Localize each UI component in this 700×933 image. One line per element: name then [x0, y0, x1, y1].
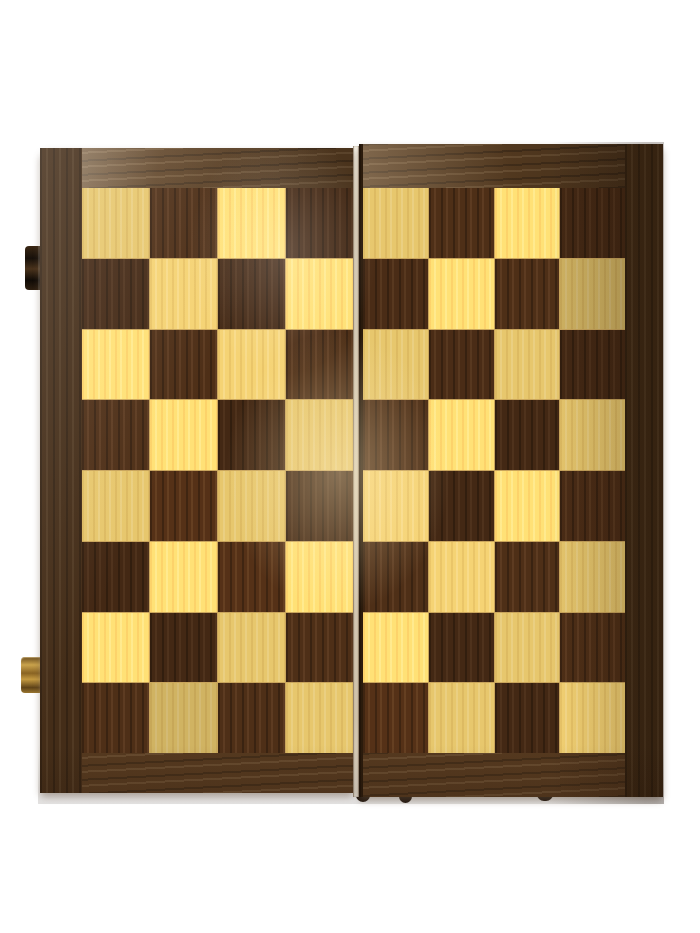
square-a1[interactable]	[82, 683, 149, 753]
square-g8[interactable]	[495, 188, 560, 258]
square-f5[interactable]	[429, 400, 494, 470]
square-e2[interactable]	[363, 613, 428, 683]
square-b4[interactable]	[150, 471, 217, 541]
square-e5[interactable]	[363, 400, 428, 470]
square-e7[interactable]	[363, 259, 428, 329]
square-h6[interactable]	[560, 330, 625, 400]
square-a3[interactable]	[82, 542, 149, 612]
square-a4[interactable]	[82, 471, 149, 541]
square-f3[interactable]	[429, 542, 494, 612]
square-b2[interactable]	[150, 613, 217, 683]
square-d7[interactable]	[286, 259, 353, 329]
square-c2[interactable]	[218, 613, 285, 683]
square-g2[interactable]	[495, 613, 560, 683]
square-f2[interactable]	[429, 613, 494, 683]
square-d6[interactable]	[286, 330, 353, 400]
squares-grid-right	[363, 188, 625, 753]
frame-bottom	[40, 753, 353, 793]
square-c3[interactable]	[218, 542, 285, 612]
square-a8[interactable]	[82, 188, 149, 258]
square-a7[interactable]	[82, 259, 149, 329]
board-right-half	[359, 144, 663, 797]
square-a2[interactable]	[82, 613, 149, 683]
square-f4[interactable]	[429, 471, 494, 541]
square-f7[interactable]	[429, 259, 494, 329]
square-f1[interactable]	[429, 683, 494, 753]
square-h1[interactable]	[560, 683, 625, 753]
square-d4[interactable]	[286, 471, 353, 541]
square-b5[interactable]	[150, 400, 217, 470]
square-g5[interactable]	[495, 400, 560, 470]
folding-chessboard	[38, 142, 664, 804]
square-g4[interactable]	[495, 471, 560, 541]
squares-grid-left	[82, 188, 353, 753]
square-d5[interactable]	[286, 400, 353, 470]
square-e3[interactable]	[363, 542, 428, 612]
square-d3[interactable]	[286, 542, 353, 612]
square-d8[interactable]	[286, 188, 353, 258]
square-c4[interactable]	[218, 471, 285, 541]
frame-right	[625, 144, 663, 797]
square-h4[interactable]	[560, 471, 625, 541]
square-g1[interactable]	[495, 683, 560, 753]
square-a6[interactable]	[82, 330, 149, 400]
board-left-half	[40, 148, 353, 793]
square-f8[interactable]	[429, 188, 494, 258]
square-b1[interactable]	[150, 683, 217, 753]
square-a5[interactable]	[82, 400, 149, 470]
square-g3[interactable]	[495, 542, 560, 612]
square-e1[interactable]	[363, 683, 428, 753]
square-h8[interactable]	[560, 188, 625, 258]
square-b6[interactable]	[150, 330, 217, 400]
square-e6[interactable]	[363, 330, 428, 400]
square-e8[interactable]	[363, 188, 428, 258]
frame-left	[40, 148, 82, 793]
product-photo	[0, 0, 700, 933]
square-h7[interactable]	[560, 259, 625, 329]
square-h2[interactable]	[560, 613, 625, 683]
square-b7[interactable]	[150, 259, 217, 329]
square-d2[interactable]	[286, 613, 353, 683]
frame-bottom	[359, 753, 663, 797]
square-c6[interactable]	[218, 330, 285, 400]
square-g6[interactable]	[495, 330, 560, 400]
square-c7[interactable]	[218, 259, 285, 329]
square-c1[interactable]	[218, 683, 285, 753]
square-g7[interactable]	[495, 259, 560, 329]
square-d1[interactable]	[286, 683, 353, 753]
square-c5[interactable]	[218, 400, 285, 470]
square-b3[interactable]	[150, 542, 217, 612]
square-h5[interactable]	[560, 400, 625, 470]
square-b8[interactable]	[150, 188, 217, 258]
square-f6[interactable]	[429, 330, 494, 400]
square-h3[interactable]	[560, 542, 625, 612]
square-c8[interactable]	[218, 188, 285, 258]
frame-top	[40, 148, 353, 188]
square-e4[interactable]	[363, 471, 428, 541]
frame-top	[359, 144, 663, 188]
